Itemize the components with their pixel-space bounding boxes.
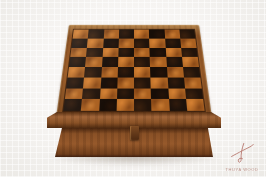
board-square [151, 88, 169, 99]
board-square [134, 57, 150, 67]
board-square [65, 88, 83, 99]
drawer-knob [130, 126, 139, 140]
board-square [82, 88, 100, 99]
board-square [134, 30, 149, 39]
board-square [103, 30, 119, 39]
board-square [81, 99, 99, 111]
board-square [149, 38, 165, 47]
board-square [149, 30, 165, 39]
board-square [118, 57, 134, 67]
board-square [117, 67, 134, 77]
board-square [166, 57, 183, 67]
board-square [182, 57, 199, 67]
board-square [169, 99, 187, 111]
board-square [99, 99, 117, 111]
board-square [85, 57, 102, 67]
board-square [185, 88, 203, 99]
board-square [87, 38, 103, 47]
board-square [151, 77, 168, 88]
board-square [165, 38, 181, 47]
board-square [184, 77, 202, 88]
board-square [86, 48, 103, 58]
board-square [134, 67, 151, 77]
board-square [68, 67, 86, 77]
board-square [117, 88, 134, 99]
board-square [102, 48, 118, 58]
board-square [179, 30, 195, 39]
board-square [83, 77, 101, 88]
board-square [103, 38, 119, 47]
board-square [186, 99, 205, 111]
board-square [151, 99, 169, 111]
board-square [116, 99, 134, 111]
board-square [66, 77, 84, 88]
board-square [164, 30, 180, 39]
board-square [101, 67, 118, 77]
board-square [150, 57, 167, 67]
board-square [150, 48, 166, 58]
brand-watermark: THUYA WOOD [220, 140, 264, 172]
board-square [134, 99, 152, 111]
board-square [70, 48, 87, 58]
board-square [100, 77, 117, 88]
board-square [99, 88, 117, 99]
board-square [73, 30, 89, 39]
board-square [167, 67, 184, 77]
board-square [118, 48, 134, 58]
board-square [150, 67, 167, 77]
product-photo: THUYA WOOD [0, 0, 266, 177]
board-square [102, 57, 119, 67]
chess-board [56, 25, 212, 118]
board-square [63, 99, 82, 111]
board-square [168, 88, 186, 99]
board-square [180, 38, 197, 47]
board-frame [56, 25, 212, 118]
board-grid [63, 30, 204, 111]
board-square [119, 30, 134, 39]
brand-name: THUYA WOOD [220, 167, 264, 172]
board-square [134, 77, 151, 88]
board-square [165, 48, 182, 58]
board-square [118, 38, 134, 47]
board-square [167, 77, 185, 88]
board-square [134, 48, 150, 58]
board-square [88, 30, 104, 39]
board-square [71, 38, 88, 47]
board-square [183, 67, 201, 77]
signature-icon [229, 140, 255, 166]
board-square [134, 38, 150, 47]
board-square [69, 57, 86, 67]
board-square [84, 67, 101, 77]
board-square [181, 48, 198, 58]
board-square [117, 77, 134, 88]
board-square [134, 88, 151, 99]
